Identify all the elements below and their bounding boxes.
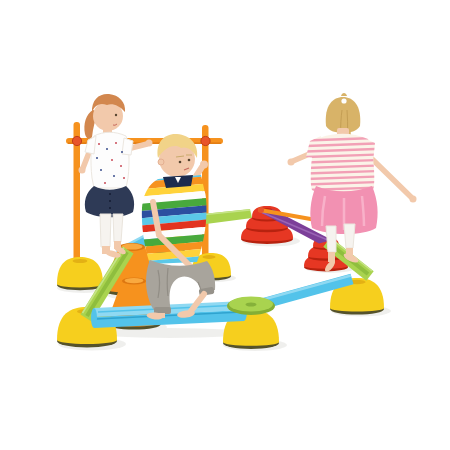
hurdle-knob-left (72, 136, 81, 145)
product-photo (0, 0, 450, 450)
girl-left-sleeve-right (122, 138, 133, 155)
girl-right-legging-front (344, 224, 355, 248)
girl-right-legging-rear (326, 226, 336, 252)
girl-right-right-hand (410, 196, 417, 203)
wobble-disc-green (227, 297, 275, 316)
girl-left-legging-left (100, 214, 111, 247)
hurdle-knob-right (201, 136, 210, 145)
girl-right-hair-tie (341, 98, 346, 103)
girl-left-legging-right (113, 214, 123, 242)
girl-left-right-arm (131, 144, 147, 148)
girl-left-right-hand (146, 140, 153, 147)
girl-left-left-hand (79, 167, 86, 174)
girl-right-left-hand (288, 159, 295, 166)
studio-background (0, 0, 450, 450)
girl-left-eye (115, 114, 117, 116)
boy-ear (158, 159, 164, 165)
balance-course-scene (0, 0, 450, 450)
boy-left-hand (200, 161, 208, 169)
